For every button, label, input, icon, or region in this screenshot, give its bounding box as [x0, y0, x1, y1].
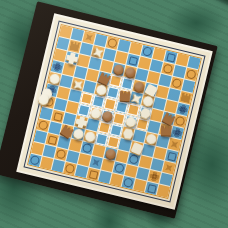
circle-home-marking [29, 155, 40, 166]
tablecloth-crease-shadow [187, 0, 228, 20]
circle-home-marking [163, 63, 174, 74]
board-square[interactable] [157, 184, 170, 197]
x-home-marking [83, 31, 95, 43]
quatrefoil-home-marking [149, 171, 160, 182]
circle-home-marking [175, 116, 186, 127]
board-gold-frame [27, 24, 202, 199]
circle-home-marking [171, 78, 182, 89]
quatrefoil-home-marking [177, 104, 188, 115]
quatrefoil-home-marking [52, 61, 63, 72]
square-home-marking [167, 151, 177, 161]
circle-home-marking [123, 177, 134, 188]
cream-hexagon-top [122, 127, 134, 139]
brown-castle-top [160, 125, 170, 135]
square-home-marking [53, 112, 63, 122]
square-home-marking [147, 183, 157, 193]
board-margin-pinline [23, 20, 205, 202]
circle-home-marking [142, 46, 153, 57]
circle-home-marking [128, 154, 139, 165]
circle-home-marking [114, 163, 125, 174]
circle-home-marking [186, 69, 197, 80]
circle-home-marking [56, 149, 67, 160]
circle-home-marking [82, 143, 93, 154]
castle-home-marking [69, 41, 80, 52]
board-play-area [28, 25, 200, 197]
tabletop-scene [0, 0, 228, 228]
x-home-marking [163, 162, 175, 174]
circle-home-marking [38, 120, 49, 131]
board-grid [28, 25, 200, 197]
square-home-marking [166, 52, 176, 62]
circle-home-marking [64, 163, 75, 174]
square-home-marking [47, 135, 57, 145]
square-home-marking [128, 56, 138, 66]
cream-hexagon-piece[interactable] [122, 127, 134, 139]
brown-castle-piece[interactable] [160, 125, 170, 135]
quatrefoil-home-marking [172, 127, 183, 138]
circle-home-marking [107, 38, 118, 49]
x-home-marking [168, 138, 180, 150]
castle-home-marking [180, 92, 191, 103]
square-home-marking [88, 169, 98, 179]
x-home-marking [90, 156, 102, 168]
